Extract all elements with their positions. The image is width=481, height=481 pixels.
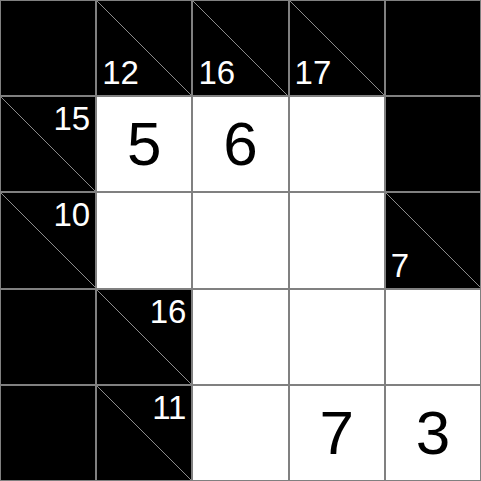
cell-r2c3[interactable] xyxy=(290,193,384,287)
cell-r1c2[interactable]: 6 xyxy=(193,97,287,191)
cell-r2c1[interactable] xyxy=(97,193,191,287)
entry-value: 6 xyxy=(223,113,257,175)
down-clue: 16 xyxy=(198,56,235,89)
cell-r3c1: 16 xyxy=(97,290,191,384)
cell-r1c1[interactable]: 5 xyxy=(97,97,191,191)
entry-value: 7 xyxy=(319,402,353,464)
cell-r2c2[interactable] xyxy=(193,193,287,287)
cell-r3c0 xyxy=(1,290,95,384)
cell-r1c4 xyxy=(386,97,480,191)
cell-r4c0 xyxy=(1,386,95,480)
cell-r2c0: 10 xyxy=(1,193,95,287)
cell-r0c1: 12 xyxy=(97,1,191,95)
down-clue: 7 xyxy=(391,249,409,282)
right-clue: 11 xyxy=(152,391,186,424)
right-clue: 15 xyxy=(53,102,90,135)
cell-r4c4[interactable]: 3 xyxy=(386,386,480,480)
right-clue: 16 xyxy=(150,295,187,328)
cell-r0c2: 16 xyxy=(193,1,287,95)
cell-r0c0 xyxy=(1,1,95,95)
cell-r1c0: 15 xyxy=(1,97,95,191)
down-clue: 17 xyxy=(295,56,332,89)
right-clue: 10 xyxy=(53,198,90,231)
entry-value: 5 xyxy=(127,113,161,175)
cell-r0c3: 17 xyxy=(290,1,384,95)
cell-r1c3[interactable] xyxy=(290,97,384,191)
cell-r4c1: 11 xyxy=(97,386,191,480)
cell-r0c4 xyxy=(386,1,480,95)
kakuro-board: 1216171556107161173 xyxy=(0,0,481,481)
cell-r4c2[interactable] xyxy=(193,386,287,480)
cell-r3c2[interactable] xyxy=(193,290,287,384)
down-clue: 12 xyxy=(102,56,139,89)
cell-r3c4[interactable] xyxy=(386,290,480,384)
entry-value: 3 xyxy=(416,402,450,464)
cell-r2c4: 7 xyxy=(386,193,480,287)
cell-r4c3[interactable]: 7 xyxy=(290,386,384,480)
cell-r3c3[interactable] xyxy=(290,290,384,384)
